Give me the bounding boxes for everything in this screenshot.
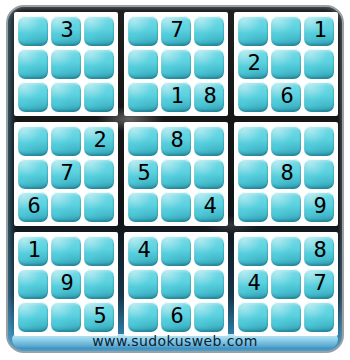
cell-r2c8[interactable]	[271, 49, 301, 79]
cell-r2c9[interactable]	[304, 49, 334, 79]
given-digit: 4	[203, 195, 216, 217]
cell-r8c2[interactable]: 9	[51, 269, 81, 299]
cell-r9c1[interactable]	[18, 302, 48, 332]
cell-r6c2[interactable]	[51, 192, 81, 222]
cell-r7c8[interactable]	[271, 236, 301, 266]
cell-r7c6[interactable]	[194, 236, 224, 266]
box-2-1: 276	[14, 122, 118, 226]
cell-r5c6[interactable]	[194, 159, 224, 189]
cell-r1c4[interactable]	[128, 16, 158, 46]
cell-r8c6[interactable]	[194, 269, 224, 299]
cell-r7c4[interactable]: 4	[128, 236, 158, 266]
given-digit: 6	[280, 85, 293, 107]
cell-r4c4[interactable]	[128, 126, 158, 156]
cell-r6c7[interactable]	[238, 192, 268, 222]
cell-r1c3[interactable]	[84, 16, 114, 46]
cell-r5c3[interactable]	[84, 159, 114, 189]
board-frame: 37181262768548919546847 www.sudokusweb.c…	[6, 5, 344, 353]
cell-r9c7[interactable]	[238, 302, 268, 332]
cell-r2c3[interactable]	[84, 49, 114, 79]
cell-r7c1[interactable]: 1	[18, 236, 48, 266]
cell-r4c2[interactable]	[51, 126, 81, 156]
given-digit: 8	[203, 85, 216, 107]
given-digit: 2	[247, 52, 260, 74]
given-digit: 1	[170, 85, 183, 107]
given-digit: 5	[137, 162, 150, 184]
box-1-1: 3	[14, 12, 118, 116]
cell-r6c8[interactable]	[271, 192, 301, 222]
cell-r5c8[interactable]: 8	[271, 159, 301, 189]
cell-r6c9[interactable]: 9	[304, 192, 334, 222]
cell-r3c1[interactable]	[18, 82, 48, 112]
cell-r4c6[interactable]	[194, 126, 224, 156]
cell-r6c5[interactable]	[161, 192, 191, 222]
cell-r2c5[interactable]	[161, 49, 191, 79]
cell-r5c9[interactable]	[304, 159, 334, 189]
cell-r8c9[interactable]: 7	[304, 269, 334, 299]
given-digit: 2	[93, 129, 106, 151]
cell-r8c4[interactable]	[128, 269, 158, 299]
box-2-2: 854	[124, 122, 228, 226]
cell-r3c3[interactable]	[84, 82, 114, 112]
cell-r3c6[interactable]: 8	[194, 82, 224, 112]
cell-r3c4[interactable]	[128, 82, 158, 112]
cell-r7c9[interactable]: 8	[304, 236, 334, 266]
given-digit: 6	[27, 195, 40, 217]
cell-r3c7[interactable]	[238, 82, 268, 112]
cell-r4c8[interactable]	[271, 126, 301, 156]
given-digit: 1	[313, 19, 326, 41]
cell-r2c7[interactable]: 2	[238, 49, 268, 79]
cell-r2c1[interactable]	[18, 49, 48, 79]
cell-r6c4[interactable]	[128, 192, 158, 222]
given-digit: 4	[137, 239, 150, 261]
cell-r4c3[interactable]: 2	[84, 126, 114, 156]
cell-r5c4[interactable]: 5	[128, 159, 158, 189]
box-3-3: 847	[234, 232, 338, 336]
cell-r2c6[interactable]	[194, 49, 224, 79]
cell-r4c9[interactable]	[304, 126, 334, 156]
cell-r9c6[interactable]	[194, 302, 224, 332]
cell-r9c2[interactable]	[51, 302, 81, 332]
given-digit: 7	[170, 19, 183, 41]
cell-r5c5[interactable]	[161, 159, 191, 189]
given-digit: 9	[313, 195, 326, 217]
cell-r5c2[interactable]: 7	[51, 159, 81, 189]
cell-r6c1[interactable]: 6	[18, 192, 48, 222]
box-3-1: 195	[14, 232, 118, 336]
given-digit: 8	[313, 239, 326, 261]
cell-r6c3[interactable]	[84, 192, 114, 222]
cell-r7c3[interactable]	[84, 236, 114, 266]
cell-r1c5[interactable]: 7	[161, 16, 191, 46]
cell-r3c5[interactable]: 1	[161, 82, 191, 112]
given-digit: 6	[170, 305, 183, 327]
cell-r9c5[interactable]: 6	[161, 302, 191, 332]
cell-r3c9[interactable]	[304, 82, 334, 112]
cell-r1c7[interactable]	[238, 16, 268, 46]
box-2-3: 89	[234, 122, 338, 226]
cell-r6c6[interactable]: 4	[194, 192, 224, 222]
given-digit: 3	[60, 19, 73, 41]
cell-r1c6[interactable]	[194, 16, 224, 46]
given-digit: 8	[170, 129, 183, 151]
box-3-2: 46	[124, 232, 228, 336]
given-digit: 9	[60, 272, 73, 294]
cell-r8c1[interactable]	[18, 269, 48, 299]
cell-r8c8[interactable]	[271, 269, 301, 299]
cell-r4c5[interactable]: 8	[161, 126, 191, 156]
cell-r3c2[interactable]	[51, 82, 81, 112]
given-digit: 4	[247, 272, 260, 294]
cell-r2c2[interactable]	[51, 49, 81, 79]
cell-r2c4[interactable]	[128, 49, 158, 79]
cell-r1c9[interactable]: 1	[304, 16, 334, 46]
cell-r1c1[interactable]	[18, 16, 48, 46]
given-digit: 8	[280, 162, 293, 184]
cell-r5c1[interactable]	[18, 159, 48, 189]
sudoku-page: 37181262768548919546847 www.sudokusweb.c…	[0, 0, 350, 360]
cell-r4c7[interactable]	[238, 126, 268, 156]
cell-r7c5[interactable]	[161, 236, 191, 266]
cell-r1c8[interactable]	[271, 16, 301, 46]
cell-r8c7[interactable]: 4	[238, 269, 268, 299]
cell-r9c8[interactable]	[271, 302, 301, 332]
cell-r3c8[interactable]: 6	[271, 82, 301, 112]
cell-r8c3[interactable]	[84, 269, 114, 299]
cell-r9c9[interactable]	[304, 302, 334, 332]
cell-r9c3[interactable]: 5	[84, 302, 114, 332]
cell-r7c7[interactable]	[238, 236, 268, 266]
given-digit: 7	[313, 272, 326, 294]
given-digit: 1	[27, 239, 40, 261]
box-1-3: 126	[234, 12, 338, 116]
sudoku-board: 37181262768548919546847	[14, 12, 338, 336]
cell-r9c4[interactable]	[128, 302, 158, 332]
cell-r7c2[interactable]	[51, 236, 81, 266]
cell-r8c5[interactable]	[161, 269, 191, 299]
cell-r5c7[interactable]	[238, 159, 268, 189]
given-digit: 7	[60, 162, 73, 184]
cell-r1c2[interactable]: 3	[51, 16, 81, 46]
cell-r4c1[interactable]	[18, 126, 48, 156]
footer-url[interactable]: www.sudokusweb.com	[8, 333, 342, 350]
box-1-2: 718	[124, 12, 228, 116]
given-digit: 5	[93, 305, 106, 327]
